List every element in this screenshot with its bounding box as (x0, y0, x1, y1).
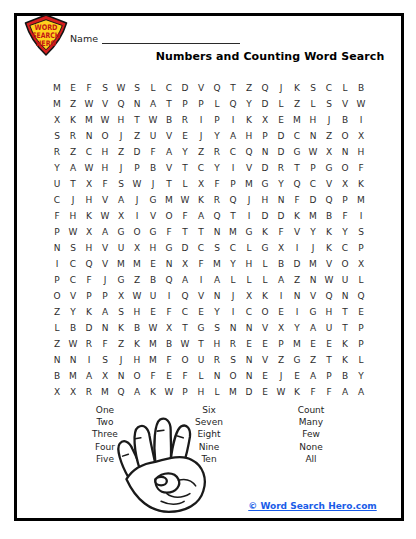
grid-cell: C (177, 304, 193, 320)
grid-cell: J (129, 192, 145, 208)
grid-cell: U (49, 176, 65, 192)
grid-cell: E (241, 336, 257, 352)
grid-cell: S (321, 96, 337, 112)
grid-cell: N (113, 368, 129, 384)
grid-cell: C (225, 240, 241, 256)
grid-cell: T (321, 352, 337, 368)
grid-cell: D (305, 192, 321, 208)
grid-cell: N (337, 288, 353, 304)
grid-cell: Q (321, 192, 337, 208)
grid-cell: J (273, 368, 289, 384)
grid-cell: O (257, 304, 273, 320)
grid-cell: S (113, 304, 129, 320)
grid-cell: C (321, 80, 337, 96)
grid-cell: A (113, 192, 129, 208)
grid-cell: L (225, 272, 241, 288)
grid-cell: I (193, 272, 209, 288)
grid-cell: S (209, 320, 225, 336)
grid-cell: Y (305, 224, 321, 240)
grid-cell: E (193, 304, 209, 320)
grid-cell: P (353, 320, 369, 336)
grid-cell: W (305, 144, 321, 160)
grid-cell: V (97, 256, 113, 272)
grid-cell: T (65, 176, 81, 192)
grid-cell: H (241, 256, 257, 272)
grid-cell: X (193, 176, 209, 192)
grid-cell: O (337, 128, 353, 144)
grid-cell: M (161, 192, 177, 208)
grid-cell: M (225, 384, 241, 400)
grid-cell: I (81, 352, 97, 368)
grid-cell: S (209, 240, 225, 256)
grid-cell: X (113, 208, 129, 224)
grid-cell: M (113, 256, 129, 272)
grid-cell: W (145, 320, 161, 336)
grid-cell: N (209, 288, 225, 304)
grid-cell: W (145, 112, 161, 128)
grid-cell: V (321, 176, 337, 192)
grid-cell: I (273, 288, 289, 304)
grid-cell: N (65, 352, 81, 368)
grid-cell: Y (225, 256, 241, 272)
grid-cell: K (81, 304, 97, 320)
grid-cell: Y (241, 96, 257, 112)
grid-cell: K (129, 336, 145, 352)
grid-cell: N (81, 128, 97, 144)
grid-cell: O (337, 160, 353, 176)
grid-cell: M (353, 192, 369, 208)
grid-cell: B (129, 320, 145, 336)
grid-cell: L (145, 80, 161, 96)
grid-cell: Q (113, 384, 129, 400)
grid-cell: I (225, 160, 241, 176)
grid-cell: J (225, 288, 241, 304)
grid-cell: X (353, 128, 369, 144)
word-list-item: Count (279, 404, 343, 416)
grid-cell: G (305, 304, 321, 320)
word-list-item: All (279, 453, 343, 465)
grid-cell: Y (337, 224, 353, 240)
grid-cell: G (113, 224, 129, 240)
grid-cell: S (65, 240, 81, 256)
grid-cell: O (97, 128, 113, 144)
grid-cell: N (241, 352, 257, 368)
grid-cell: F (273, 224, 289, 240)
grid-cell: L (49, 320, 65, 336)
grid-cell: Z (321, 128, 337, 144)
word-search-hero-logo: WORD SEARCH HERO (23, 14, 69, 56)
grid-cell: O (225, 368, 241, 384)
grid-cell: H (241, 128, 257, 144)
grid-cell: W (177, 336, 193, 352)
grid-cell: P (81, 288, 97, 304)
grid-cell: F (49, 208, 65, 224)
hand-thumb-tip (155, 477, 167, 486)
grid-cell: L (209, 96, 225, 112)
grid-cell: X (241, 288, 257, 304)
grid-cell: F (161, 352, 177, 368)
grid-cell: I (161, 288, 177, 304)
grid-cell: H (257, 192, 273, 208)
grid-cell: Z (65, 96, 81, 112)
grid-cell: Q (161, 272, 177, 288)
grid-cell: E (273, 112, 289, 128)
grid-cell: I (193, 112, 209, 128)
grid-cell: P (353, 336, 369, 352)
grid-cell: G (145, 192, 161, 208)
grid-cell: K (353, 176, 369, 192)
grid-cell: F (177, 368, 193, 384)
grid-cell: U (145, 288, 161, 304)
grid-cell: V (65, 288, 81, 304)
grid-cell: Y (65, 304, 81, 320)
grid-cell: K (337, 336, 353, 352)
grid-cell: H (81, 192, 97, 208)
grid-cell: U (193, 352, 209, 368)
grid-cell: N (97, 320, 113, 336)
grid-cell: X (65, 384, 81, 400)
grid-cell: D (257, 160, 273, 176)
grid-cell: O (129, 224, 145, 240)
grid-cell: Y (177, 144, 193, 160)
grid-cell: W (65, 224, 81, 240)
grid-cell: X (49, 384, 65, 400)
grid-cell: U (337, 272, 353, 288)
grid-cell: A (225, 128, 241, 144)
grid-cell: I (225, 112, 241, 128)
grid-cell: N (225, 320, 241, 336)
grid-cell: P (49, 272, 65, 288)
grid-cell: T (337, 304, 353, 320)
grid-cell: E (145, 256, 161, 272)
grid-cell: E (321, 336, 337, 352)
grid-cell: Q (113, 96, 129, 112)
grid-cell: Y (273, 176, 289, 192)
grid-cell: E (353, 304, 369, 320)
grid-cell: X (81, 224, 97, 240)
grid-cell: J (113, 160, 129, 176)
grid-cell: M (129, 256, 145, 272)
grid-cell: I (289, 304, 305, 320)
grid-cell: Y (209, 128, 225, 144)
grid-cell: W (113, 80, 129, 96)
grid-cell: U (145, 128, 161, 144)
grid-cell: V (97, 96, 113, 112)
grid-cell: B (337, 112, 353, 128)
hand-knuckle-2 (135, 438, 141, 439)
grid-cell: F (161, 304, 177, 320)
grid-cell: M (65, 368, 81, 384)
grid-cell: G (321, 160, 337, 176)
word-search-hero-link[interactable]: © Word Search Hero.com (245, 501, 380, 511)
grid-cell: F (305, 384, 321, 400)
grid-cell: S (97, 352, 113, 368)
grid-cell: S (97, 80, 113, 96)
grid-cell: P (353, 240, 369, 256)
grid-cell: B (65, 320, 81, 336)
grid-cell: P (209, 112, 225, 128)
grid-cell: J (65, 192, 81, 208)
grid-cell: X (321, 144, 337, 160)
word-list-item: None (279, 441, 343, 453)
grid-cell: N (273, 192, 289, 208)
grid-cell: L (241, 240, 257, 256)
grid-cell: R (273, 160, 289, 176)
grid-cell: T (161, 176, 177, 192)
grid-cell: K (241, 112, 257, 128)
grid-cell: K (145, 384, 161, 400)
grid-cell: V (257, 352, 273, 368)
grid-cell: Q (209, 208, 225, 224)
grid-cell: M (225, 224, 241, 240)
grid-cell: Z (49, 304, 65, 320)
grid-cell: A (81, 368, 97, 384)
grid-cell: K (257, 288, 273, 304)
grid-cell: P (177, 384, 193, 400)
grid-cell: D (257, 96, 273, 112)
grid-cell: E (257, 384, 273, 400)
grid-cell: F (289, 192, 305, 208)
grid-cell: B (321, 208, 337, 224)
grid-cell: F (81, 272, 97, 288)
grid-cell: P (97, 288, 113, 304)
grid-cell: N (49, 352, 65, 368)
grid-cell: H (113, 112, 129, 128)
grid-cell: O (49, 288, 65, 304)
grid-cell: V (257, 320, 273, 336)
grid-cell: D (129, 144, 145, 160)
grid-cell: R (209, 192, 225, 208)
grid-cell: D (241, 384, 257, 400)
grid-cell: K (289, 80, 305, 96)
grid-cell: A (209, 272, 225, 288)
grid-cell: H (129, 352, 145, 368)
grid-cell: W (161, 384, 177, 400)
grid-cell: I (49, 256, 65, 272)
grid-cell: S (353, 224, 369, 240)
grid-cell: H (97, 160, 113, 176)
grid-cell: G (145, 224, 161, 240)
grid-cell: I (129, 208, 145, 224)
grid-cell: L (353, 352, 369, 368)
grid-cell: M (145, 352, 161, 368)
grid-cell: N (241, 320, 257, 336)
grid-cell: K (81, 208, 97, 224)
grid-cell: F (145, 368, 161, 384)
grid-cell: L (337, 80, 353, 96)
grid-cell: S (225, 352, 241, 368)
grid-cell: V (241, 160, 257, 176)
grid-cell: T (193, 336, 209, 352)
grid-cell: E (145, 304, 161, 320)
grid-cell: F (353, 160, 369, 176)
grid-cell: V (289, 224, 305, 240)
grid-cell: Q (257, 80, 273, 96)
grid-cell: Y (209, 160, 225, 176)
grid-cell: T (161, 96, 177, 112)
grid-cell: K (321, 240, 337, 256)
grid-cell: M (49, 96, 65, 112)
grid-cell: D (177, 240, 193, 256)
grid-cell: E (273, 304, 289, 320)
grid-cell: Z (65, 144, 81, 160)
grid-cell: I (225, 304, 241, 320)
grid-cell: F (161, 224, 177, 240)
grid-cell: M (305, 208, 321, 224)
grid-cell: B (353, 80, 369, 96)
grid-cell: R (209, 352, 225, 368)
grid-cell: N (305, 272, 321, 288)
grid-cell: N (129, 96, 145, 112)
grid-cell: D (289, 256, 305, 272)
grid-cell: Z (113, 144, 129, 160)
grid-cell: U (321, 320, 337, 336)
grid-cell: V (97, 240, 113, 256)
grid-cell: L (305, 96, 321, 112)
grid-cell: T (225, 80, 241, 96)
grid-cell: J (193, 128, 209, 144)
letter-grid: MEFSWSLCDVQTZQJKSCLBMZWVQNATPPLQYDLZLSVW… (49, 80, 369, 400)
hand-middle-finger (154, 419, 171, 462)
grid-cell: A (97, 224, 113, 240)
grid-cell: G (257, 176, 273, 192)
grid-cell: A (353, 384, 369, 400)
grid-cell: F (145, 144, 161, 160)
grid-cell: E (177, 128, 193, 144)
grid-cell: G (289, 144, 305, 160)
grid-cell: S (305, 80, 321, 96)
grid-cell: C (193, 240, 209, 256)
grid-cell: H (209, 336, 225, 352)
grid-cell: Q (81, 256, 97, 272)
grid-cell: X (97, 368, 113, 384)
grid-cell: M (289, 336, 305, 352)
grid-cell: T (129, 112, 145, 128)
grid-cell: Z (273, 352, 289, 368)
grid-cell: K (257, 224, 273, 240)
grid-cell: Q (353, 288, 369, 304)
grid-cell: D (257, 208, 273, 224)
grid-cell: H (81, 240, 97, 256)
grid-cell: Z (113, 336, 129, 352)
grid-cell: A (97, 304, 113, 320)
grid-cell: T (289, 160, 305, 176)
grid-cell: Y (49, 160, 65, 176)
grid-cell: Z (129, 272, 145, 288)
grid-cell: L (257, 272, 273, 288)
grid-cell: X (177, 256, 193, 272)
grid-cell: X (273, 240, 289, 256)
grid-cell: M (97, 384, 113, 400)
grid-cell: X (337, 176, 353, 192)
grid-cell: T (177, 320, 193, 336)
grid-cell: W (321, 272, 337, 288)
grid-cell: A (305, 320, 321, 336)
grid-cell: W (97, 208, 113, 224)
grid-cell: M (241, 176, 257, 192)
name-blank-line (102, 33, 240, 44)
grid-cell: L (209, 384, 225, 400)
grid-cell: C (65, 272, 81, 288)
grid-cell: V (321, 256, 337, 272)
hand-counting-four-illustration (113, 402, 213, 516)
grid-cell: W (129, 288, 145, 304)
grid-cell: Q (321, 288, 337, 304)
grid-cell: N (289, 288, 305, 304)
grid-cell: B (161, 112, 177, 128)
grid-cell: H (321, 304, 337, 320)
grid-cell: K (337, 352, 353, 368)
grid-cell: K (113, 320, 129, 336)
grid-cell: O (177, 352, 193, 368)
grid-cell: X (129, 240, 145, 256)
grid-cell: T (193, 224, 209, 240)
grid-cell: S (49, 128, 65, 144)
grid-cell: I (289, 240, 305, 256)
grid-cell: T (225, 208, 241, 224)
grid-cell: C (49, 192, 65, 208)
grid-cell: N (209, 224, 225, 240)
grid-cell: F (177, 208, 193, 224)
grid-cell: M (289, 112, 305, 128)
grid-cell: F (321, 384, 337, 400)
grid-cell: P (177, 96, 193, 112)
grid-cell: O (161, 208, 177, 224)
grid-cell: E (161, 368, 177, 384)
grid-cell: A (337, 384, 353, 400)
grid-cell: R (49, 144, 65, 160)
grid-cell: O (129, 368, 145, 384)
grid-cell: X (161, 320, 177, 336)
grid-cell: Y (209, 304, 225, 320)
grid-cell: V (161, 160, 177, 176)
grid-cell: C (289, 128, 305, 144)
grid-cell: K (289, 384, 305, 400)
grid-cell: Z (289, 96, 305, 112)
grid-cell: G (193, 320, 209, 336)
grid-cell: T (177, 160, 193, 176)
grid-cell: G (257, 240, 273, 256)
grid-cell: A (273, 272, 289, 288)
grid-cell: P (337, 192, 353, 208)
grid-cell: J (97, 272, 113, 288)
grid-cell: B (161, 336, 177, 352)
grid-cell: K (321, 224, 337, 240)
grid-cell: Q (209, 80, 225, 96)
grid-cell: Q (289, 176, 305, 192)
grid-cell: S (129, 80, 145, 96)
grid-cell: W (273, 384, 289, 400)
grid-cell: V (193, 288, 209, 304)
grid-cell: H (65, 208, 81, 224)
grid-cell: A (177, 272, 193, 288)
grid-cell: I (241, 208, 257, 224)
grid-cell: Y (289, 320, 305, 336)
grid-cell: R (81, 336, 97, 352)
grid-cell: P (49, 224, 65, 240)
grid-cell: A (129, 384, 145, 400)
grid-cell: E (257, 336, 273, 352)
grid-cell: R (209, 144, 225, 160)
grid-cell: M (145, 336, 161, 352)
grid-cell: E (305, 336, 321, 352)
grid-cell: D (273, 208, 289, 224)
grid-cell: B (273, 256, 289, 272)
grid-cell: V (337, 96, 353, 112)
grid-cell: F (97, 336, 113, 352)
grid-cell: Z (241, 80, 257, 96)
grid-cell: R (65, 128, 81, 144)
